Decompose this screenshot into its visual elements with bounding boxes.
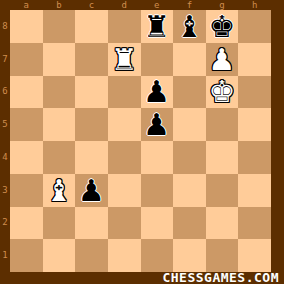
square-e2 [141,207,174,240]
square-b8 [43,10,76,43]
square-e8: ♜ [141,10,174,43]
square-d1 [108,239,141,272]
square-h8 [238,10,271,43]
square-g4 [206,141,239,174]
rank-label-6: 6 [2,87,7,96]
square-h3 [238,174,271,207]
file-label-h: h [238,0,271,10]
square-b6 [43,76,76,109]
square-d3 [108,174,141,207]
square-h4 [238,141,271,174]
square-f4 [173,141,206,174]
square-d8 [108,10,141,43]
square-f3 [173,174,206,207]
square-h7 [238,43,271,76]
square-b4 [43,141,76,174]
black-king-g8: ♚ [209,11,236,42]
white-king-g6: ♚ [209,76,236,107]
rank-label-7: 7 [2,55,7,64]
file-label-d: d [108,0,141,10]
file-label-a: a [10,0,43,10]
square-c3: ♟ [75,174,108,207]
square-c7 [75,43,108,76]
square-g3 [206,174,239,207]
square-d6 [108,76,141,109]
black-pawn-c3: ♟ [78,175,105,206]
square-g6: ♚ [206,76,239,109]
square-f6 [173,76,206,109]
chess-board: ♜♝♚♜♟♟♚♟♝♟ [10,10,271,272]
square-e7 [141,43,174,76]
square-a6 [10,76,43,109]
black-bishop-f8: ♝ [176,11,203,42]
rank-label-1: 1 [2,251,7,260]
square-d2 [108,207,141,240]
square-c4 [75,141,108,174]
site-logo: CHESSGAMES.COM [162,272,279,283]
square-e6: ♟ [141,76,174,109]
square-f7 [173,43,206,76]
square-a4 [10,141,43,174]
rank-label-4: 4 [2,153,7,162]
square-a5 [10,108,43,141]
square-g1 [206,239,239,272]
square-b5 [43,108,76,141]
square-b2 [43,207,76,240]
square-a8 [10,10,43,43]
file-label-b: b [43,0,76,10]
square-f1 [173,239,206,272]
square-d5 [108,108,141,141]
square-f5 [173,108,206,141]
rank-label-8: 8 [2,22,7,31]
square-g8: ♚ [206,10,239,43]
square-e1 [141,239,174,272]
square-a2 [10,207,43,240]
square-d4 [108,141,141,174]
square-c2 [75,207,108,240]
square-b1 [43,239,76,272]
square-c5 [75,108,108,141]
black-pawn-e5: ♟ [143,109,170,140]
rank-label-3: 3 [2,186,7,195]
square-h1 [238,239,271,272]
white-pawn-g7: ♟ [209,44,236,75]
rank-labels: 87654321 [0,10,10,272]
square-d7: ♜ [108,43,141,76]
square-c1 [75,239,108,272]
square-g2 [206,207,239,240]
file-label-c: c [75,0,108,10]
square-e3 [141,174,174,207]
square-g5 [206,108,239,141]
square-e5: ♟ [141,108,174,141]
square-h5 [238,108,271,141]
square-e4 [141,141,174,174]
square-f8: ♝ [173,10,206,43]
square-a7 [10,43,43,76]
rank-label-2: 2 [2,218,7,227]
square-c6 [75,76,108,109]
square-h6 [238,76,271,109]
white-bishop-b3: ♝ [45,175,72,206]
square-b3: ♝ [43,174,76,207]
white-rook-d7: ♜ [111,44,138,75]
square-g7: ♟ [206,43,239,76]
square-a1 [10,239,43,272]
black-pawn-e6: ♟ [143,76,170,107]
square-c8 [75,10,108,43]
square-h2 [238,207,271,240]
square-b7 [43,43,76,76]
chess-diagram: abcdefgh 87654321 ♜♝♚♜♟♟♚♟♝♟ CHESSGAMES.… [0,0,284,284]
black-rook-e8: ♜ [143,11,170,42]
square-f2 [173,207,206,240]
square-a3 [10,174,43,207]
rank-label-5: 5 [2,120,7,129]
